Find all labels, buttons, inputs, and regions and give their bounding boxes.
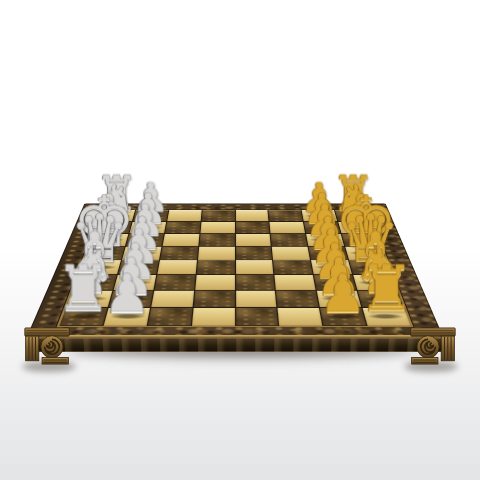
square-e4[interactable] <box>198 246 235 259</box>
square-e3[interactable] <box>160 246 198 259</box>
square-h3[interactable] <box>167 210 201 221</box>
square-a6[interactable] <box>278 308 323 326</box>
square-g4[interactable] <box>200 222 234 234</box>
ionic-scroll-icon <box>24 326 70 366</box>
square-b4[interactable] <box>193 291 234 308</box>
square-f4[interactable] <box>199 234 235 246</box>
square-b3[interactable] <box>151 291 194 308</box>
square-a3[interactable] <box>147 308 192 326</box>
square-e5[interactable] <box>235 246 272 259</box>
square-a5[interactable] <box>236 308 279 326</box>
photo-stage: ♜♟♟♜♞♟♟♞♝♟♟♝♚♟♟♚♛♟♟♛♝♟♟♝♞♟♟♞♜♟♟♜ <box>0 0 480 480</box>
square-d4[interactable] <box>196 260 234 274</box>
square-b5[interactable] <box>236 291 277 308</box>
square-a4[interactable] <box>192 308 235 326</box>
board-front-face <box>26 338 444 352</box>
square-c3[interactable] <box>154 275 195 290</box>
square-h6[interactable] <box>269 210 303 221</box>
board-plane: ♜♟♟♜♞♟♟♞♝♟♟♝♚♟♟♚♛♟♟♛♝♟♟♝♞♟♟♞♜♟♟♜ <box>26 204 444 339</box>
ionic-foot-left <box>24 326 70 366</box>
square-f5[interactable] <box>235 234 271 246</box>
piece-black-rook[interactable]: ♜ <box>359 258 415 320</box>
square-g6[interactable] <box>270 222 306 234</box>
square-g3[interactable] <box>165 222 201 234</box>
square-e6[interactable] <box>272 246 310 259</box>
square-b6[interactable] <box>276 291 319 308</box>
square-c4[interactable] <box>195 275 235 290</box>
square-g5[interactable] <box>235 222 269 234</box>
piece-white-rook[interactable]: ♜ <box>55 258 111 320</box>
ionic-foot-right <box>410 326 456 366</box>
square-c5[interactable] <box>236 275 276 290</box>
ionic-scroll-icon <box>410 326 456 366</box>
chess-board-scene: ♜♟♟♜♞♟♟♞♝♟♟♝♚♟♟♚♛♟♟♛♝♟♟♝♞♟♟♞♜♟♟♜ <box>60 85 410 435</box>
square-f6[interactable] <box>271 234 308 246</box>
square-h5[interactable] <box>235 210 268 221</box>
square-d3[interactable] <box>157 260 197 274</box>
square-h4[interactable] <box>201 210 234 221</box>
square-f3[interactable] <box>162 234 199 246</box>
square-d5[interactable] <box>236 260 274 274</box>
gold-army-reflection <box>311 327 419 335</box>
silver-army-reflection <box>58 327 159 335</box>
square-d6[interactable] <box>273 260 313 274</box>
square-c6[interactable] <box>275 275 316 290</box>
